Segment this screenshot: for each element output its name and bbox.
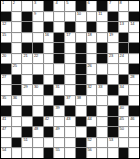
letter-cell-r7c2[interactable]: 25: [12, 64, 22, 74]
letter-cell-r2c7[interactable]: [65, 12, 75, 22]
clue-number: 16: [45, 33, 49, 37]
block-cell-r8c8: [76, 75, 86, 85]
clue-number: 31: [55, 85, 59, 89]
clue-number: 29: [23, 85, 27, 89]
letter-cell-r1c13[interactable]: [129, 1, 139, 11]
letter-cell-r10c2[interactable]: 36: [12, 96, 22, 106]
letter-cell-r7c7[interactable]: [65, 64, 75, 74]
letter-cell-r10c13[interactable]: [129, 96, 139, 106]
block-cell-r11c9: [87, 106, 97, 116]
letter-cell-r4c3[interactable]: [22, 33, 32, 43]
letter-cell-r9c3[interactable]: 29: [22, 85, 32, 95]
block-cell-r3c9: [87, 22, 97, 32]
letter-cell-r9c6[interactable]: 31: [54, 85, 64, 95]
letter-cell-r10c11[interactable]: [108, 96, 118, 106]
letter-cell-r7c6[interactable]: [54, 64, 64, 74]
letter-cell-r2c9[interactable]: [87, 12, 97, 22]
block-cell-r5c12: [119, 43, 129, 53]
letter-cell-r3c13[interactable]: 14: [129, 22, 139, 32]
clue-number: 34: [120, 85, 124, 89]
letter-cell-r2c10[interactable]: 11: [97, 12, 107, 22]
clue-number: 27: [2, 75, 6, 79]
clue-number: 42: [45, 117, 49, 121]
block-cell-r9c5: [44, 85, 54, 95]
clue-number: 32: [88, 85, 92, 89]
clue-number: 46: [130, 117, 134, 121]
letter-cell-r9c1[interactable]: [1, 85, 11, 95]
letter-cell-r10c5[interactable]: [44, 96, 54, 106]
letter-cell-r11c8[interactable]: [76, 106, 86, 116]
block-cell-r14c2: [12, 138, 22, 148]
clue-number: 52: [88, 138, 92, 142]
clue-number: 51: [23, 138, 27, 142]
clue-number: 25: [13, 64, 17, 68]
block-cell-r9c8: [76, 85, 86, 95]
letter-cell-r6c11[interactable]: 23: [108, 54, 118, 64]
letter-cell-r11c6[interactable]: 39: [54, 106, 64, 116]
letter-cell-r1c12[interactable]: 8: [119, 1, 129, 11]
block-cell-r15c8: [76, 148, 86, 158]
letter-cell-r3c6[interactable]: [54, 22, 64, 32]
block-cell-r15c12: [119, 148, 129, 158]
block-cell-r4c12: [119, 33, 129, 43]
letter-cell-r10c8[interactable]: 38: [76, 96, 86, 106]
clue-number: 22: [34, 54, 38, 58]
letter-cell-r8c3[interactable]: [22, 75, 32, 85]
block-cell-r8c10: [97, 75, 107, 85]
clue-number: 35: [2, 96, 6, 100]
clue-number: 47: [2, 127, 6, 131]
letter-cell-r6c13[interactable]: [129, 54, 139, 64]
clue-number: 24: [120, 54, 124, 58]
block-cell-r11c5: [44, 106, 54, 116]
letter-cell-r3c12[interactable]: 13: [119, 22, 129, 32]
block-cell-r13c11: [108, 127, 118, 137]
letter-cell-r12c10[interactable]: [97, 117, 107, 127]
block-cell-r2c13: [129, 12, 139, 22]
block-cell-r5c8: [76, 43, 86, 53]
letter-cell-r7c3[interactable]: [22, 64, 32, 74]
letter-cell-r11c10[interactable]: [97, 106, 107, 116]
letter-cell-r3c8[interactable]: [76, 22, 86, 32]
letter-cell-r4c13[interactable]: [129, 33, 139, 43]
block-cell-r1c8: [76, 1, 86, 11]
letter-cell-r14c1[interactable]: [1, 138, 11, 148]
letter-cell-r4c7[interactable]: 17: [65, 33, 75, 43]
block-cell-r7c1: [1, 64, 11, 74]
block-cell-r12c8: [76, 117, 86, 127]
block-cell-r5c1: [1, 43, 11, 53]
letter-cell-r15c9[interactable]: 56: [87, 148, 97, 158]
letter-cell-r4c1[interactable]: 15: [1, 33, 11, 43]
letter-cell-r4c10[interactable]: [97, 33, 107, 43]
letter-cell-r3c10[interactable]: [97, 22, 107, 32]
letter-cell-r6c4[interactable]: 22: [33, 54, 43, 64]
letter-cell-r2c5[interactable]: [44, 12, 54, 22]
letter-cell-r3c4[interactable]: [33, 22, 43, 32]
block-cell-r13c9: [87, 127, 97, 137]
letter-cell-r13c7[interactable]: [65, 127, 75, 137]
block-cell-r11c1: [1, 106, 11, 116]
letter-cell-r6c1[interactable]: 20: [1, 54, 11, 64]
block-cell-r10c6: [54, 96, 64, 106]
letter-cell-r6c3[interactable]: 21: [22, 54, 32, 64]
clue-number: 9: [34, 12, 36, 16]
letter-cell-r9c4[interactable]: 30: [33, 85, 43, 95]
block-cell-r12c4: [33, 117, 43, 127]
letter-cell-r15c7[interactable]: [65, 148, 75, 158]
clue-number: 3: [34, 1, 36, 5]
block-cell-r2c11: [108, 12, 118, 22]
letter-cell-r13c10[interactable]: [97, 127, 107, 137]
clue-number: 48: [34, 127, 38, 131]
letter-cell-r2c4[interactable]: 9: [33, 12, 43, 22]
letter-cell-r14c10[interactable]: [97, 138, 107, 148]
letter-cell-r15c11[interactable]: [108, 148, 118, 158]
clue-number: 12: [2, 22, 6, 26]
block-cell-r3c3: [22, 22, 32, 32]
block-cell-r1c5: [44, 1, 54, 11]
letter-cell-r13c1[interactable]: 47: [1, 127, 11, 137]
letter-cell-r1c1[interactable]: 1: [1, 1, 11, 11]
letter-cell-r12c1[interactable]: 41: [1, 117, 11, 127]
clue-number: 44: [88, 117, 92, 121]
clue-number: 19: [109, 33, 113, 37]
letter-cell-r12c12[interactable]: 45: [119, 117, 129, 127]
letter-cell-r2c8[interactable]: 10: [76, 12, 86, 22]
letter-cell-r12c5[interactable]: 42: [44, 117, 54, 127]
letter-cell-r15c3[interactable]: [22, 148, 32, 158]
clue-number: 30: [34, 85, 38, 89]
letter-cell-r8c9[interactable]: [87, 75, 97, 85]
letter-cell-r2c12[interactable]: [119, 12, 129, 22]
clue-number: 2: [13, 1, 15, 5]
letter-cell-r8c11[interactable]: [108, 75, 118, 85]
letter-cell-r7c4[interactable]: [33, 64, 43, 74]
block-cell-r10c12: [119, 96, 129, 106]
letter-cell-r1c2[interactable]: 2: [12, 1, 22, 11]
letter-cell-r8c7[interactable]: [65, 75, 75, 85]
letter-cell-r10c1[interactable]: 35: [1, 96, 11, 106]
letter-cell-r14c12[interactable]: [119, 138, 129, 148]
letter-cell-r13c4[interactable]: 48: [33, 127, 43, 137]
letter-cell-r15c1[interactable]: 54: [1, 148, 11, 158]
block-cell-r11c13: [129, 106, 139, 116]
letter-cell-r13c8[interactable]: [76, 127, 86, 137]
letter-cell-r7c12[interactable]: [119, 64, 129, 74]
letter-cell-r5c2[interactable]: [12, 43, 22, 53]
block-cell-r5c4: [33, 43, 43, 53]
letter-cell-r5c9[interactable]: [87, 43, 97, 53]
letter-cell-r13c13[interactable]: [129, 127, 139, 137]
letter-cell-r3c1[interactable]: 12: [1, 22, 11, 32]
block-cell-r6c10: [97, 54, 107, 64]
letter-cell-r8c5[interactable]: [44, 75, 54, 85]
block-cell-r11c7: [65, 106, 75, 116]
letter-cell-r5c11[interactable]: [108, 43, 118, 53]
block-cell-r5c10: [97, 43, 107, 53]
clue-number: 40: [120, 106, 124, 110]
letter-cell-r8c13[interactable]: 28: [129, 75, 139, 85]
clue-number: 36: [13, 96, 17, 100]
clue-number: 11: [98, 12, 102, 16]
clue-number: 5: [66, 1, 68, 5]
clue-number: 33: [98, 85, 102, 89]
clue-number: 6: [88, 1, 90, 5]
block-cell-r13c3: [22, 127, 32, 137]
letter-cell-r9c10[interactable]: 33: [97, 85, 107, 95]
block-cell-r13c5: [44, 127, 54, 137]
letter-cell-r1c7[interactable]: 5: [65, 1, 75, 11]
letter-cell-r9c12[interactable]: 34: [119, 85, 129, 95]
letter-cell-r4c9[interactable]: 18: [87, 33, 97, 43]
letter-cell-r9c7[interactable]: [65, 85, 75, 95]
letter-cell-r13c6[interactable]: 49: [54, 127, 64, 137]
block-cell-r3c7: [65, 22, 75, 32]
letter-cell-r2c2[interactable]: [12, 12, 22, 22]
block-cell-r7c13: [129, 64, 139, 74]
block-cell-r5c13: [129, 43, 139, 53]
block-cell-r4c6: [54, 33, 64, 43]
clue-number: 41: [2, 117, 6, 121]
letter-cell-r15c13[interactable]: [129, 148, 139, 158]
block-cell-r8c2: [12, 75, 22, 85]
letter-cell-r10c7[interactable]: 37: [65, 96, 75, 106]
block-cell-r6c8: [76, 54, 86, 64]
block-cell-r6c6: [54, 54, 64, 64]
letter-cell-r15c2[interactable]: [12, 148, 22, 158]
letter-cell-r11c12[interactable]: 40: [119, 106, 129, 116]
clue-number: 39: [55, 106, 59, 110]
letter-cell-r6c5[interactable]: [44, 54, 54, 64]
letter-cell-r12c13[interactable]: 46: [129, 117, 139, 127]
letter-cell-r14c4[interactable]: [33, 138, 43, 148]
clue-number: 56: [88, 148, 92, 152]
letter-cell-r13c12[interactable]: 50: [119, 127, 129, 137]
letter-cell-r9c13[interactable]: [129, 85, 139, 95]
letter-cell-r14c11[interactable]: 53: [108, 138, 118, 148]
clue-number: 50: [120, 127, 124, 131]
clue-number: 13: [120, 22, 124, 26]
letter-cell-r14c13[interactable]: [129, 138, 139, 148]
letter-cell-r6c9[interactable]: [87, 54, 97, 64]
letter-cell-r4c2[interactable]: [12, 33, 22, 43]
letter-cell-r6c7[interactable]: [65, 54, 75, 64]
letter-cell-r4c4[interactable]: [33, 33, 43, 43]
letter-cell-r14c5[interactable]: [44, 138, 54, 148]
letter-cell-r1c11[interactable]: 7: [108, 1, 118, 11]
letter-cell-r7c10[interactable]: [97, 64, 107, 74]
block-cell-r1c10: [97, 1, 107, 11]
block-cell-r2c3: [22, 12, 32, 22]
block-cell-r5c3: [22, 43, 32, 53]
letter-cell-r10c10[interactable]: [97, 96, 107, 106]
letter-cell-r12c3[interactable]: [22, 117, 32, 127]
clue-number: 55: [55, 148, 59, 152]
letter-cell-r7c5[interactable]: [44, 64, 54, 74]
clue-number: 54: [2, 148, 6, 152]
letter-cell-r4c5[interactable]: 16: [44, 33, 54, 43]
clue-number: 43: [66, 117, 70, 121]
block-cell-r11c3: [22, 106, 32, 116]
clue-number: 10: [77, 12, 81, 16]
letter-cell-r2c6[interactable]: [54, 12, 64, 22]
letter-cell-r12c7[interactable]: 43: [65, 117, 75, 127]
clue-number: 7: [109, 1, 111, 5]
block-cell-r9c2: [12, 85, 22, 95]
block-cell-r15c5: [44, 148, 54, 158]
letter-cell-r4c8[interactable]: [76, 33, 86, 43]
letter-cell-r15c4[interactable]: [33, 148, 43, 158]
letter-cell-r1c9[interactable]: 6: [87, 1, 97, 11]
letter-cell-r5c7[interactable]: [65, 43, 75, 53]
letter-cell-r8c1[interactable]: 27: [1, 75, 11, 85]
block-cell-r9c11: [108, 85, 118, 95]
letter-cell-r1c4[interactable]: 3: [33, 1, 43, 11]
block-cell-r2c1: [1, 12, 11, 22]
clue-number: 14: [130, 22, 134, 26]
clue-number: 49: [55, 127, 59, 131]
clue-number: 45: [120, 117, 124, 121]
letter-cell-r14c6[interactable]: [54, 138, 64, 148]
letter-cell-r10c4[interactable]: [33, 96, 43, 106]
clue-number: 38: [77, 96, 81, 100]
letter-cell-r5c5[interactable]: [44, 43, 54, 53]
letter-cell-r12c2[interactable]: [12, 117, 22, 127]
clue-number: 15: [2, 33, 6, 37]
letter-cell-r3c2[interactable]: [12, 22, 22, 32]
letter-cell-r7c9[interactable]: 26: [87, 64, 97, 74]
block-cell-r5c6: [54, 43, 64, 53]
block-cell-r14c8: [76, 138, 86, 148]
block-cell-r8c4: [33, 75, 43, 85]
clue-number: 21: [23, 54, 27, 58]
block-cell-r12c11: [108, 117, 118, 127]
letter-cell-r13c2[interactable]: [12, 127, 22, 137]
block-cell-r8c6: [54, 75, 64, 85]
letter-cell-r1c3[interactable]: [22, 1, 32, 11]
clue-number: 23: [109, 54, 113, 58]
letter-cell-r14c7[interactable]: [65, 138, 75, 148]
letter-cell-r9c9[interactable]: 32: [87, 85, 97, 95]
clue-number: 17: [66, 33, 70, 37]
clue-number: 4: [55, 1, 57, 5]
letter-cell-r10c9[interactable]: [87, 96, 97, 106]
crossword-grid: 1234567891011121314151617181920212223242…: [0, 0, 140, 159]
clue-number: 18: [88, 33, 92, 37]
letter-cell-r10c3[interactable]: [22, 96, 32, 106]
letter-cell-r4c11[interactable]: 19: [108, 33, 118, 43]
block-cell-r7c8: [76, 64, 86, 74]
clue-number: 26: [88, 64, 92, 68]
clue-number: 53: [109, 138, 113, 142]
block-cell-r8c12: [119, 75, 129, 85]
letter-cell-r6c2[interactable]: [12, 54, 22, 64]
letter-cell-r12c9[interactable]: 44: [87, 117, 97, 127]
letter-cell-r15c6[interactable]: 55: [54, 148, 64, 158]
clue-number: 1: [2, 1, 4, 5]
clue-number: 20: [2, 54, 6, 58]
clue-number: 28: [130, 75, 134, 79]
clue-number: 37: [66, 96, 70, 100]
letter-cell-r11c4[interactable]: [33, 106, 43, 116]
clue-number: 8: [120, 1, 122, 5]
letter-cell-r14c9[interactable]: 52: [87, 138, 97, 148]
letter-cell-r1c6[interactable]: 4: [54, 1, 64, 11]
letter-cell-r11c2[interactable]: [12, 106, 22, 116]
block-cell-r3c11: [108, 22, 118, 32]
letter-cell-r15c10[interactable]: [97, 148, 107, 158]
block-cell-r11c11: [108, 106, 118, 116]
block-cell-r3c5: [44, 22, 54, 32]
letter-cell-r6c12[interactable]: 24: [119, 54, 129, 64]
letter-cell-r7c11[interactable]: [108, 64, 118, 74]
letter-cell-r12c6[interactable]: [54, 117, 64, 127]
letter-cell-r14c3[interactable]: 51: [22, 138, 32, 148]
